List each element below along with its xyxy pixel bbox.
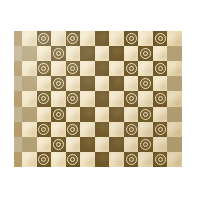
ring-piece[interactable]	[67, 124, 78, 135]
checkers-board	[14, 31, 182, 167]
ring-piece[interactable]	[140, 139, 151, 150]
square-r5c3[interactable]	[37, 91, 52, 106]
square-r8c10[interactable]	[138, 137, 153, 152]
square-r2c7[interactable]	[95, 46, 110, 61]
square-r4c10[interactable]	[138, 76, 153, 91]
square-r3c1[interactable]	[14, 61, 22, 76]
ring-piece[interactable]	[38, 33, 49, 44]
ring-piece-center	[41, 96, 46, 101]
square-r8c4[interactable]	[51, 137, 66, 152]
square-r7c12[interactable]	[167, 122, 182, 137]
ring-piece-center	[70, 66, 75, 71]
square-r6c9[interactable]	[124, 107, 139, 122]
square-r6c10[interactable]	[138, 107, 153, 122]
square-r3c12[interactable]	[167, 61, 182, 76]
ring-piece[interactable]	[140, 48, 151, 59]
square-r1c5[interactable]	[66, 31, 81, 46]
square-r6c1[interactable]	[14, 107, 22, 122]
square-r4c3[interactable]	[37, 76, 52, 91]
ring-piece-center	[56, 112, 61, 117]
ring-piece[interactable]	[53, 109, 64, 120]
ring-piece[interactable]	[155, 33, 166, 44]
square-r5c12[interactable]	[167, 91, 182, 106]
square-r3c5[interactable]	[66, 61, 81, 76]
square-r7c3[interactable]	[37, 122, 52, 137]
square-r5c8[interactable]	[109, 91, 124, 106]
square-r2c3[interactable]	[37, 46, 52, 61]
square-r3c8[interactable]	[109, 61, 124, 76]
square-r7c4[interactable]	[51, 122, 66, 137]
square-r3c4[interactable]	[51, 61, 66, 76]
ring-piece-center	[143, 51, 148, 56]
ring-piece[interactable]	[140, 109, 151, 120]
square-r7c6[interactable]	[80, 122, 95, 137]
ring-piece[interactable]	[126, 93, 137, 104]
square-r9c8[interactable]	[109, 152, 124, 167]
square-r9c9[interactable]	[124, 152, 139, 167]
square-r6c11[interactable]	[153, 107, 168, 122]
square-r9c10[interactable]	[138, 152, 153, 167]
ring-piece[interactable]	[126, 154, 137, 165]
square-r4c1[interactable]	[14, 76, 22, 91]
square-r5c5[interactable]	[66, 91, 81, 106]
square-r8c2[interactable]	[22, 137, 37, 152]
ring-piece[interactable]	[126, 63, 137, 74]
ring-piece[interactable]	[53, 139, 64, 150]
square-r1c7[interactable]	[95, 31, 110, 46]
square-r2c11[interactable]	[153, 46, 168, 61]
square-r8c7[interactable]	[95, 137, 110, 152]
ring-piece[interactable]	[67, 63, 78, 74]
ring-piece-center	[41, 36, 46, 41]
square-r8c3[interactable]	[37, 137, 52, 152]
ring-piece-center	[158, 157, 163, 162]
ring-piece[interactable]	[38, 154, 49, 165]
square-r1c2[interactable]	[22, 31, 37, 46]
square-r5c11[interactable]	[153, 91, 168, 106]
square-r8c8[interactable]	[109, 137, 124, 152]
ring-piece-center	[158, 96, 163, 101]
square-r6c8[interactable]	[109, 107, 124, 122]
square-r9c12[interactable]	[167, 152, 182, 167]
square-r4c12[interactable]	[167, 76, 182, 91]
ring-piece-center	[129, 66, 134, 71]
ring-piece[interactable]	[38, 124, 49, 135]
ring-piece[interactable]	[67, 93, 78, 104]
square-r5c1[interactable]	[14, 91, 22, 106]
square-r7c11[interactable]	[153, 122, 168, 137]
ring-piece-center	[56, 51, 61, 56]
square-r4c2[interactable]	[22, 76, 37, 91]
ring-piece-center	[129, 127, 134, 132]
ring-piece-center	[41, 157, 46, 162]
square-r5c7[interactable]	[95, 91, 110, 106]
ring-piece-center	[129, 96, 134, 101]
square-r9c4[interactable]	[51, 152, 66, 167]
square-r7c8[interactable]	[109, 122, 124, 137]
square-r1c4[interactable]	[51, 31, 66, 46]
square-r3c7[interactable]	[95, 61, 110, 76]
square-r1c10[interactable]	[138, 31, 153, 46]
square-r2c6[interactable]	[80, 46, 95, 61]
ring-piece-center	[70, 96, 75, 101]
ring-piece[interactable]	[126, 124, 137, 135]
square-r6c4[interactable]	[51, 107, 66, 122]
ring-piece-center	[70, 157, 75, 162]
ring-piece-center	[56, 81, 61, 86]
square-r3c6[interactable]	[80, 61, 95, 76]
ring-piece[interactable]	[53, 48, 64, 59]
square-r9c5[interactable]	[66, 152, 81, 167]
square-r4c4[interactable]	[51, 76, 66, 91]
square-r6c6[interactable]	[80, 107, 95, 122]
ring-piece-center	[70, 36, 75, 41]
square-r7c5[interactable]	[66, 122, 81, 137]
square-r4c11[interactable]	[153, 76, 168, 91]
square-r3c3[interactable]	[37, 61, 52, 76]
square-r8c5[interactable]	[66, 137, 81, 152]
ring-piece-center	[143, 81, 148, 86]
square-r8c11[interactable]	[153, 137, 168, 152]
square-r2c8[interactable]	[109, 46, 124, 61]
ring-piece-center	[129, 157, 134, 162]
ring-piece[interactable]	[155, 124, 166, 135]
square-r2c5[interactable]	[66, 46, 81, 61]
square-r9c2[interactable]	[22, 152, 37, 167]
square-r6c7[interactable]	[95, 107, 110, 122]
square-r1c1[interactable]	[14, 31, 22, 46]
square-r7c1[interactable]	[14, 122, 22, 137]
square-r5c4[interactable]	[51, 91, 66, 106]
square-r7c10[interactable]	[138, 122, 153, 137]
square-r4c7[interactable]	[95, 76, 110, 91]
square-r5c10[interactable]	[138, 91, 153, 106]
square-r2c2[interactable]	[22, 46, 37, 61]
square-r6c2[interactable]	[22, 107, 37, 122]
ring-piece[interactable]	[155, 63, 166, 74]
ring-piece[interactable]	[155, 93, 166, 104]
square-r6c3[interactable]	[37, 107, 52, 122]
ring-piece-center	[70, 127, 75, 132]
square-r7c7[interactable]	[95, 122, 110, 137]
ring-piece-center	[143, 142, 148, 147]
square-r8c6[interactable]	[80, 137, 95, 152]
square-r4c5[interactable]	[66, 76, 81, 91]
ring-piece[interactable]	[155, 154, 166, 165]
ring-piece[interactable]	[67, 154, 78, 165]
square-r7c9[interactable]	[124, 122, 139, 137]
square-r5c6[interactable]	[80, 91, 95, 106]
square-r5c9[interactable]	[124, 91, 139, 106]
square-r6c5[interactable]	[66, 107, 81, 122]
ring-piece[interactable]	[126, 33, 137, 44]
square-r9c1[interactable]	[14, 152, 22, 167]
ring-piece-center	[158, 66, 163, 71]
ring-piece-center	[41, 127, 46, 132]
square-r1c8[interactable]	[109, 31, 124, 46]
square-r3c10[interactable]	[138, 61, 153, 76]
square-r4c6[interactable]	[80, 76, 95, 91]
square-r9c11[interactable]	[153, 152, 168, 167]
square-r2c4[interactable]	[51, 46, 66, 61]
square-r8c12[interactable]	[167, 137, 182, 152]
ring-piece-center	[129, 36, 134, 41]
square-r2c9[interactable]	[124, 46, 139, 61]
square-r4c9[interactable]	[124, 76, 139, 91]
square-r2c10[interactable]	[138, 46, 153, 61]
square-r4c8[interactable]	[109, 76, 124, 91]
ring-piece-center	[41, 66, 46, 71]
square-r2c12[interactable]	[167, 46, 182, 61]
square-r8c9[interactable]	[124, 137, 139, 152]
ring-piece-center	[143, 112, 148, 117]
square-r3c9[interactable]	[124, 61, 139, 76]
ring-piece[interactable]	[38, 93, 49, 104]
square-r9c3[interactable]	[37, 152, 52, 167]
square-r1c3[interactable]	[37, 31, 52, 46]
square-r3c2[interactable]	[22, 61, 37, 76]
ring-piece[interactable]	[140, 78, 151, 89]
square-r9c6[interactable]	[80, 152, 95, 167]
ring-piece-center	[158, 127, 163, 132]
square-r8c1[interactable]	[14, 137, 22, 152]
ring-piece[interactable]	[67, 33, 78, 44]
ring-piece[interactable]	[38, 63, 49, 74]
square-r7c2[interactable]	[22, 122, 37, 137]
ring-piece-center	[158, 36, 163, 41]
square-r1c11[interactable]	[153, 31, 168, 46]
square-r1c6[interactable]	[80, 31, 95, 46]
square-r9c7[interactable]	[95, 152, 110, 167]
square-r2c1[interactable]	[14, 46, 22, 61]
ring-piece[interactable]	[53, 78, 64, 89]
square-r3c11[interactable]	[153, 61, 168, 76]
square-r6c12[interactable]	[167, 107, 182, 122]
square-r1c9[interactable]	[124, 31, 139, 46]
ring-piece-center	[56, 142, 61, 147]
square-r1c12[interactable]	[167, 31, 182, 46]
square-r5c2[interactable]	[22, 91, 37, 106]
